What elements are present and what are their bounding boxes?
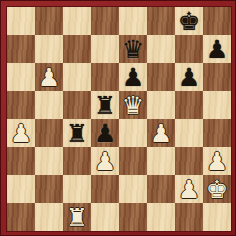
piece-white-pawn[interactable]: ♟	[175, 175, 203, 203]
square-a2[interactable]	[7, 175, 35, 203]
square-f8[interactable]	[147, 7, 175, 35]
square-g7[interactable]	[175, 35, 203, 63]
square-h5[interactable]	[203, 91, 231, 119]
piece-black-queen[interactable]: ♛	[119, 35, 147, 63]
square-h1[interactable]	[203, 203, 231, 231]
square-c4[interactable]: ♜	[63, 119, 91, 147]
square-f1[interactable]	[147, 203, 175, 231]
square-c8[interactable]	[63, 7, 91, 35]
square-a6[interactable]	[7, 63, 35, 91]
square-f4[interactable]: ♟	[147, 119, 175, 147]
square-c2[interactable]	[63, 175, 91, 203]
square-d6[interactable]	[91, 63, 119, 91]
square-c1[interactable]: ♜	[63, 203, 91, 231]
square-e2[interactable]	[119, 175, 147, 203]
piece-black-pawn[interactable]: ♟	[203, 35, 231, 63]
piece-black-pawn[interactable]: ♟	[91, 119, 119, 147]
square-d5[interactable]: ♜	[91, 91, 119, 119]
square-a7[interactable]	[7, 35, 35, 63]
square-e6[interactable]: ♟	[119, 63, 147, 91]
square-e7[interactable]: ♛	[119, 35, 147, 63]
square-d8[interactable]	[91, 7, 119, 35]
piece-black-king[interactable]: ♚	[175, 7, 203, 35]
piece-white-queen[interactable]: ♛	[119, 91, 147, 119]
piece-white-pawn[interactable]: ♟	[35, 63, 63, 91]
square-b6[interactable]: ♟	[35, 63, 63, 91]
square-e5[interactable]: ♛	[119, 91, 147, 119]
square-f6[interactable]	[147, 63, 175, 91]
square-g3[interactable]	[175, 147, 203, 175]
square-a1[interactable]	[7, 203, 35, 231]
square-h6[interactable]	[203, 63, 231, 91]
square-g5[interactable]	[175, 91, 203, 119]
piece-black-pawn[interactable]: ♟	[119, 63, 147, 91]
square-f2[interactable]	[147, 175, 175, 203]
square-b2[interactable]	[35, 175, 63, 203]
square-b5[interactable]	[35, 91, 63, 119]
square-b1[interactable]	[35, 203, 63, 231]
piece-white-pawn[interactable]: ♟	[7, 119, 35, 147]
piece-white-pawn[interactable]: ♟	[91, 147, 119, 175]
piece-white-king[interactable]: ♚	[203, 175, 231, 203]
square-g8[interactable]: ♚	[175, 7, 203, 35]
square-g6[interactable]: ♟	[175, 63, 203, 91]
square-b7[interactable]	[35, 35, 63, 63]
piece-black-rook[interactable]: ♜	[63, 119, 91, 147]
square-e1[interactable]	[119, 203, 147, 231]
square-b3[interactable]	[35, 147, 63, 175]
square-c3[interactable]	[63, 147, 91, 175]
square-h2[interactable]: ♚	[203, 175, 231, 203]
square-e3[interactable]	[119, 147, 147, 175]
square-f7[interactable]	[147, 35, 175, 63]
square-d2[interactable]	[91, 175, 119, 203]
piece-white-pawn[interactable]: ♟	[147, 119, 175, 147]
square-a5[interactable]	[7, 91, 35, 119]
square-c5[interactable]	[63, 91, 91, 119]
square-d7[interactable]	[91, 35, 119, 63]
square-e4[interactable]	[119, 119, 147, 147]
piece-black-pawn[interactable]: ♟	[175, 63, 203, 91]
chess-board[interactable]: ♚♛♟♟♟♟♜♛♟♜♟♟♟♟♟♚♜	[7, 7, 231, 231]
square-h3[interactable]: ♟	[203, 147, 231, 175]
square-g2[interactable]: ♟	[175, 175, 203, 203]
square-g1[interactable]	[175, 203, 203, 231]
square-d1[interactable]	[91, 203, 119, 231]
square-f3[interactable]	[147, 147, 175, 175]
piece-white-rook[interactable]: ♜	[63, 203, 91, 231]
square-h8[interactable]	[203, 7, 231, 35]
square-c7[interactable]	[63, 35, 91, 63]
piece-black-rook[interactable]: ♜	[91, 91, 119, 119]
piece-white-pawn[interactable]: ♟	[203, 147, 231, 175]
square-b4[interactable]	[35, 119, 63, 147]
square-a3[interactable]	[7, 147, 35, 175]
square-h4[interactable]	[203, 119, 231, 147]
square-d3[interactable]: ♟	[91, 147, 119, 175]
square-h7[interactable]: ♟	[203, 35, 231, 63]
square-b8[interactable]	[35, 7, 63, 35]
board-frame: ♚♛♟♟♟♟♜♛♟♜♟♟♟♟♟♚♜	[0, 0, 236, 236]
square-a4[interactable]: ♟	[7, 119, 35, 147]
square-c6[interactable]	[63, 63, 91, 91]
square-f5[interactable]	[147, 91, 175, 119]
square-g4[interactable]	[175, 119, 203, 147]
square-d4[interactable]: ♟	[91, 119, 119, 147]
square-a8[interactable]	[7, 7, 35, 35]
square-e8[interactable]	[119, 7, 147, 35]
